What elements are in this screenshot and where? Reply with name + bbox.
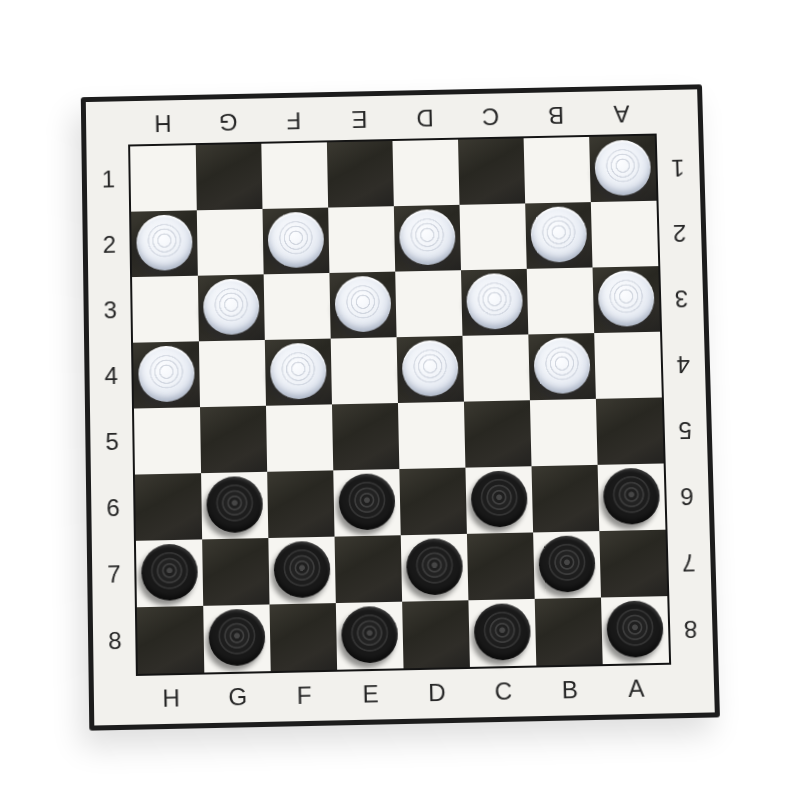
square-D2[interactable] <box>394 205 461 272</box>
square-B8[interactable] <box>535 597 603 665</box>
file-label-bottom-F: F <box>271 670 338 722</box>
black-piece-H7[interactable] <box>141 544 198 602</box>
square-B4[interactable] <box>528 333 596 400</box>
square-F1[interactable] <box>261 142 328 209</box>
square-G3[interactable] <box>198 274 265 341</box>
white-piece-A1[interactable] <box>594 140 651 196</box>
rank-label-right-8: 8 <box>667 595 713 663</box>
file-label-bottom-A: A <box>603 663 671 715</box>
square-B2[interactable] <box>525 202 592 269</box>
square-E4[interactable] <box>331 337 398 404</box>
square-A2[interactable] <box>591 201 658 268</box>
file-label-bottom-H: H <box>138 673 205 725</box>
black-piece-C8[interactable] <box>474 603 532 661</box>
file-label-bottom-C: C <box>470 666 538 718</box>
white-piece-D4[interactable] <box>402 340 459 397</box>
square-H8[interactable] <box>137 606 204 674</box>
square-E7[interactable] <box>335 535 403 603</box>
rank-label-right-6: 6 <box>664 463 710 530</box>
rank-label-right-3: 3 <box>658 265 704 331</box>
rank-label-right-4: 4 <box>660 331 706 398</box>
rank-label-left-2: 2 <box>87 212 132 278</box>
rank-label-right-1: 1 <box>655 135 701 201</box>
checkers-board: HGFEDCBA1122334455667788HGFEDCBA <box>81 84 720 730</box>
square-E3[interactable] <box>329 272 396 339</box>
file-label-top-F: F <box>261 97 327 144</box>
rank-label-left-1: 1 <box>86 146 131 212</box>
margin-corner-top-left <box>86 101 130 147</box>
square-A7[interactable] <box>599 530 667 598</box>
white-piece-B2[interactable] <box>530 206 587 263</box>
file-label-top-D: D <box>392 94 459 141</box>
rank-label-left-6: 6 <box>91 475 136 542</box>
square-F5[interactable] <box>266 404 333 471</box>
black-piece-F7[interactable] <box>273 541 330 599</box>
margin-corner-bottom-right <box>669 662 715 714</box>
square-D1[interactable] <box>392 140 459 207</box>
file-label-bottom-D: D <box>404 667 472 719</box>
square-A1[interactable] <box>589 136 656 203</box>
square-C5[interactable] <box>464 400 532 467</box>
square-E2[interactable] <box>328 206 395 273</box>
square-B5[interactable] <box>530 399 598 466</box>
square-H3[interactable] <box>132 276 199 343</box>
margin-corner-bottom-left <box>94 674 139 726</box>
black-piece-G8[interactable] <box>208 609 265 667</box>
black-piece-D7[interactable] <box>406 538 463 596</box>
white-piece-F4[interactable] <box>270 343 327 400</box>
white-piece-E3[interactable] <box>334 276 391 333</box>
rank-label-left-4: 4 <box>89 343 134 410</box>
file-label-top-H: H <box>129 100 195 147</box>
square-C4[interactable] <box>462 334 529 401</box>
square-H5[interactable] <box>134 407 201 474</box>
rank-label-right-2: 2 <box>656 200 702 266</box>
square-B3[interactable] <box>527 267 594 334</box>
square-F4[interactable] <box>265 339 332 406</box>
square-H1[interactable] <box>130 145 197 212</box>
white-piece-F2[interactable] <box>268 212 325 269</box>
file-label-top-G: G <box>195 98 261 145</box>
square-E5[interactable] <box>332 403 399 470</box>
white-piece-C3[interactable] <box>466 273 523 330</box>
square-F8[interactable] <box>270 603 338 671</box>
file-label-top-A: A <box>588 90 655 137</box>
file-label-bottom-E: E <box>337 668 404 720</box>
file-label-top-E: E <box>326 96 392 143</box>
white-piece-H2[interactable] <box>136 214 193 271</box>
black-piece-A6[interactable] <box>603 468 661 525</box>
rank-label-right-7: 7 <box>665 529 711 596</box>
square-G2[interactable] <box>197 209 264 276</box>
rank-label-left-8: 8 <box>93 607 138 675</box>
black-piece-E8[interactable] <box>341 606 398 664</box>
square-H2[interactable] <box>131 210 198 277</box>
square-F3[interactable] <box>264 273 331 340</box>
square-H7[interactable] <box>136 539 203 607</box>
square-A3[interactable] <box>593 266 661 333</box>
square-A4[interactable] <box>594 332 662 399</box>
square-F6[interactable] <box>267 470 334 538</box>
square-G6[interactable] <box>201 472 268 540</box>
square-F2[interactable] <box>262 208 329 275</box>
black-piece-C6[interactable] <box>471 470 528 527</box>
square-H4[interactable] <box>133 341 200 408</box>
rank-label-left-3: 3 <box>88 277 133 344</box>
square-C2[interactable] <box>460 203 527 270</box>
square-A6[interactable] <box>598 463 666 531</box>
square-D5[interactable] <box>398 402 465 469</box>
square-C7[interactable] <box>467 532 535 600</box>
margin-corner-top-right <box>653 89 698 135</box>
file-label-bottom-B: B <box>536 664 604 716</box>
square-G1[interactable] <box>196 144 263 211</box>
rank-label-right-5: 5 <box>662 397 708 464</box>
rank-label-left-7: 7 <box>92 541 137 608</box>
square-E6[interactable] <box>333 469 400 537</box>
square-D4[interactable] <box>397 336 464 403</box>
white-piece-A3[interactable] <box>598 270 655 327</box>
white-piece-B4[interactable] <box>533 337 590 394</box>
white-piece-H4[interactable] <box>138 345 195 402</box>
square-B1[interactable] <box>524 137 591 204</box>
square-E1[interactable] <box>327 141 394 208</box>
square-D3[interactable] <box>395 270 462 337</box>
square-A5[interactable] <box>596 397 664 464</box>
square-C1[interactable] <box>458 138 525 205</box>
white-piece-D2[interactable] <box>399 209 456 266</box>
rank-label-left-5: 5 <box>90 409 135 476</box>
photo-background: HGFEDCBA1122334455667788HGFEDCBA <box>0 0 800 800</box>
black-piece-G6[interactable] <box>206 476 263 533</box>
square-G5[interactable] <box>200 406 267 473</box>
file-label-top-B: B <box>523 92 590 139</box>
square-G8[interactable] <box>203 604 270 672</box>
board-grid: HGFEDCBA1122334455667788HGFEDCBA <box>86 89 715 725</box>
square-C6[interactable] <box>465 466 533 534</box>
black-piece-E6[interactable] <box>338 473 395 530</box>
square-C8[interactable] <box>468 599 536 667</box>
square-D6[interactable] <box>399 468 467 536</box>
square-G4[interactable] <box>199 340 266 407</box>
black-piece-B7[interactable] <box>538 535 596 593</box>
square-G7[interactable] <box>202 538 269 606</box>
square-E8[interactable] <box>336 602 404 670</box>
square-H6[interactable] <box>135 473 202 541</box>
square-A8[interactable] <box>601 596 669 664</box>
white-piece-G3[interactable] <box>203 278 260 335</box>
square-D7[interactable] <box>401 534 469 602</box>
square-B7[interactable] <box>533 531 601 599</box>
black-piece-A8[interactable] <box>606 600 664 658</box>
file-label-bottom-G: G <box>204 671 271 723</box>
square-F7[interactable] <box>268 537 335 605</box>
square-B6[interactable] <box>532 465 600 533</box>
square-D8[interactable] <box>402 600 470 668</box>
file-label-top-C: C <box>457 93 524 140</box>
square-C3[interactable] <box>461 269 528 336</box>
